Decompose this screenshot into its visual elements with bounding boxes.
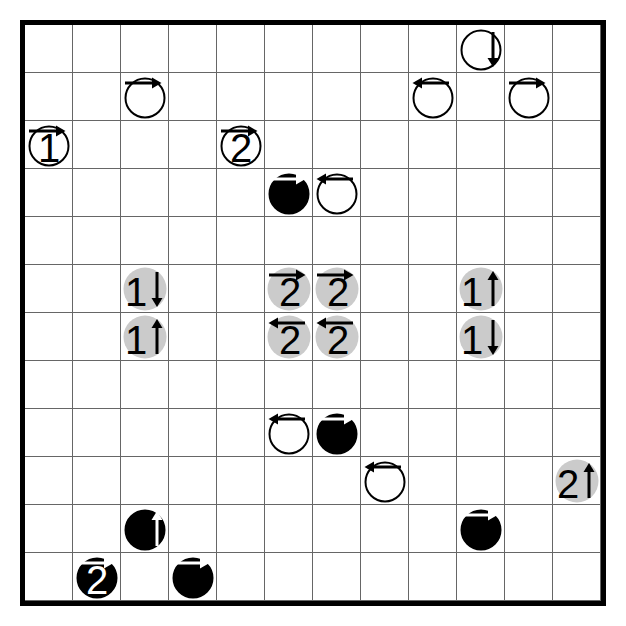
clue-number: 1 xyxy=(125,270,147,313)
cell-r10c3[interactable] xyxy=(121,457,169,505)
cell-r4c9[interactable] xyxy=(409,169,457,217)
cell-r9c12[interactable] xyxy=(553,409,601,457)
cell-r2c4[interactable] xyxy=(169,73,217,121)
cell-r6c8[interactable] xyxy=(361,265,409,313)
cell-r3c4[interactable] xyxy=(169,121,217,169)
cell-r6c2[interactable] xyxy=(73,265,121,313)
cell-r8c7[interactable] xyxy=(313,361,361,409)
cell-r9c2[interactable] xyxy=(73,409,121,457)
cell-r2c9[interactable] xyxy=(409,73,457,121)
cell-r8c10[interactable] xyxy=(457,361,505,409)
clue-number: 1 xyxy=(461,270,483,313)
white-circle: 2 xyxy=(217,121,265,169)
cell-r5c12[interactable] xyxy=(553,217,601,265)
cell-r6c10[interactable]: 1 xyxy=(457,265,505,313)
cell-r12c10[interactable] xyxy=(457,553,505,601)
gray-clue: 2 xyxy=(313,313,361,361)
cell-r1c6[interactable] xyxy=(265,25,313,73)
cell-r8c8[interactable] xyxy=(361,361,409,409)
cell-r3c1[interactable]: 1 xyxy=(25,121,73,169)
cell-r6c11[interactable] xyxy=(505,265,553,313)
cell-r11c4[interactable] xyxy=(169,505,217,553)
cell-r10c12[interactable]: 2 xyxy=(553,457,601,505)
cell-r9c7[interactable] xyxy=(313,409,361,457)
cell-r4c8[interactable] xyxy=(361,169,409,217)
cell-r12c7[interactable] xyxy=(313,553,361,601)
cell-r1c10[interactable] xyxy=(457,25,505,73)
gray-clue: 1 xyxy=(457,265,505,313)
cell-r5c7[interactable] xyxy=(313,217,361,265)
cell-r10c10[interactable] xyxy=(457,457,505,505)
cell-r8c11[interactable] xyxy=(505,361,553,409)
cell-r7c1[interactable] xyxy=(25,313,73,361)
cell-r3c5[interactable]: 2 xyxy=(217,121,265,169)
gray-clue: 2 xyxy=(265,313,313,361)
black-circle xyxy=(265,169,313,217)
cell-r5c8[interactable] xyxy=(361,217,409,265)
white-circle xyxy=(313,169,361,217)
cell-r8c3[interactable] xyxy=(121,361,169,409)
cell-r9c8[interactable] xyxy=(361,409,409,457)
cell-r10c2[interactable] xyxy=(73,457,121,505)
cell-r7c10[interactable]: 1 xyxy=(457,313,505,361)
cell-r12c11[interactable] xyxy=(505,553,553,601)
cell-r11c9[interactable] xyxy=(409,505,457,553)
cell-r1c7[interactable] xyxy=(313,25,361,73)
cell-r8c9[interactable] xyxy=(409,361,457,409)
cell-r4c2[interactable] xyxy=(73,169,121,217)
white-circle xyxy=(265,409,313,457)
cell-r5c10[interactable] xyxy=(457,217,505,265)
cell-r1c8[interactable] xyxy=(361,25,409,73)
cell-r3c11[interactable] xyxy=(505,121,553,169)
cell-r7c12[interactable] xyxy=(553,313,601,361)
white-circle xyxy=(409,73,457,121)
cell-r2c12[interactable] xyxy=(553,73,601,121)
cell-r3c2[interactable] xyxy=(73,121,121,169)
cell-r4c11[interactable] xyxy=(505,169,553,217)
gray-clue: 2 xyxy=(265,265,313,313)
cell-r1c3[interactable] xyxy=(121,25,169,73)
cell-r3c10[interactable] xyxy=(457,121,505,169)
cell-r7c3[interactable]: 1 xyxy=(121,313,169,361)
cell-r2c6[interactable] xyxy=(265,73,313,121)
gray-clue: 2 xyxy=(553,457,601,505)
cell-r12c4[interactable] xyxy=(169,553,217,601)
cell-r7c8[interactable] xyxy=(361,313,409,361)
cell-r1c12[interactable] xyxy=(553,25,601,73)
cell-r12c3[interactable] xyxy=(121,553,169,601)
cell-r5c3[interactable] xyxy=(121,217,169,265)
cell-r5c1[interactable] xyxy=(25,217,73,265)
cell-r11c8[interactable] xyxy=(361,505,409,553)
cell-r12c9[interactable] xyxy=(409,553,457,601)
cell-r5c11[interactable] xyxy=(505,217,553,265)
cell-r3c6[interactable] xyxy=(265,121,313,169)
clue-number: 1 xyxy=(125,318,147,361)
cell-r2c5[interactable] xyxy=(217,73,265,121)
cell-r6c7[interactable]: 2 xyxy=(313,265,361,313)
cell-r7c7[interactable]: 2 xyxy=(313,313,361,361)
cell-r3c9[interactable] xyxy=(409,121,457,169)
cell-r7c2[interactable] xyxy=(73,313,121,361)
cell-r10c9[interactable] xyxy=(409,457,457,505)
cell-r2c7[interactable] xyxy=(313,73,361,121)
cell-r11c11[interactable] xyxy=(505,505,553,553)
white-circle: 1 xyxy=(25,121,73,169)
cell-r5c6[interactable] xyxy=(265,217,313,265)
cell-r1c11[interactable] xyxy=(505,25,553,73)
cell-r2c11[interactable] xyxy=(505,73,553,121)
cell-r4c1[interactable] xyxy=(25,169,73,217)
cell-r9c4[interactable] xyxy=(169,409,217,457)
cell-r11c7[interactable] xyxy=(313,505,361,553)
cell-r3c3[interactable] xyxy=(121,121,169,169)
clue-number: 1 xyxy=(461,318,483,361)
black-circle xyxy=(169,553,217,601)
white-circle xyxy=(505,73,553,121)
cell-r11c3[interactable] xyxy=(121,505,169,553)
puzzle-board-grid: 121221122122 xyxy=(25,25,601,601)
cell-r5c2[interactable] xyxy=(73,217,121,265)
white-circle xyxy=(457,25,505,73)
gray-clue: 1 xyxy=(457,313,505,361)
cell-r6c1[interactable] xyxy=(25,265,73,313)
cell-r9c5[interactable] xyxy=(217,409,265,457)
cell-r4c4[interactable] xyxy=(169,169,217,217)
cell-r9c1[interactable] xyxy=(25,409,73,457)
black-circle xyxy=(457,505,505,553)
cell-r1c1[interactable] xyxy=(25,25,73,73)
cell-r2c8[interactable] xyxy=(361,73,409,121)
cell-r3c7[interactable] xyxy=(313,121,361,169)
gray-clue: 1 xyxy=(121,313,169,361)
cell-r9c10[interactable] xyxy=(457,409,505,457)
cell-r4c7[interactable] xyxy=(313,169,361,217)
cell-r11c5[interactable] xyxy=(217,505,265,553)
cell-r12c6[interactable] xyxy=(265,553,313,601)
cell-r7c9[interactable] xyxy=(409,313,457,361)
cell-r4c5[interactable] xyxy=(217,169,265,217)
cell-r1c2[interactable] xyxy=(73,25,121,73)
cell-r10c1[interactable] xyxy=(25,457,73,505)
cell-r7c11[interactable] xyxy=(505,313,553,361)
cell-r6c6[interactable]: 2 xyxy=(265,265,313,313)
cell-r8c5[interactable] xyxy=(217,361,265,409)
cell-r2c2[interactable] xyxy=(73,73,121,121)
cell-r9c11[interactable] xyxy=(505,409,553,457)
black-circle: 2 xyxy=(73,553,121,601)
black-circle xyxy=(121,505,169,553)
cell-r8c4[interactable] xyxy=(169,361,217,409)
cell-r3c12[interactable] xyxy=(553,121,601,169)
cell-r5c4[interactable] xyxy=(169,217,217,265)
cell-r7c6[interactable]: 2 xyxy=(265,313,313,361)
cell-r4c3[interactable] xyxy=(121,169,169,217)
cell-r2c10[interactable] xyxy=(457,73,505,121)
cell-r8c1[interactable] xyxy=(25,361,73,409)
cell-r4c6[interactable] xyxy=(265,169,313,217)
cell-r3c8[interactable] xyxy=(361,121,409,169)
cell-r10c5[interactable] xyxy=(217,457,265,505)
cell-r8c6[interactable] xyxy=(265,361,313,409)
cell-r11c12[interactable] xyxy=(553,505,601,553)
cell-r6c5[interactable] xyxy=(217,265,265,313)
cell-r9c3[interactable] xyxy=(121,409,169,457)
cell-r7c4[interactable] xyxy=(169,313,217,361)
cell-r2c3[interactable] xyxy=(121,73,169,121)
cell-r8c2[interactable] xyxy=(73,361,121,409)
white-circle xyxy=(361,457,409,505)
cell-r10c6[interactable] xyxy=(265,457,313,505)
cell-r5c9[interactable] xyxy=(409,217,457,265)
cell-r12c2[interactable]: 2 xyxy=(73,553,121,601)
cell-r6c3[interactable]: 1 xyxy=(121,265,169,313)
white-circle xyxy=(121,73,169,121)
cell-r1c9[interactable] xyxy=(409,25,457,73)
cell-r10c7[interactable] xyxy=(313,457,361,505)
cell-r9c6[interactable] xyxy=(265,409,313,457)
cell-r11c1[interactable] xyxy=(25,505,73,553)
cell-r10c11[interactable] xyxy=(505,457,553,505)
cell-r12c8[interactable] xyxy=(361,553,409,601)
cell-r12c5[interactable] xyxy=(217,553,265,601)
cell-r2c1[interactable] xyxy=(25,73,73,121)
cell-r11c10[interactable] xyxy=(457,505,505,553)
cell-r11c6[interactable] xyxy=(265,505,313,553)
cell-r6c12[interactable] xyxy=(553,265,601,313)
cell-r4c10[interactable] xyxy=(457,169,505,217)
cell-r1c5[interactable] xyxy=(217,25,265,73)
cell-r10c8[interactable] xyxy=(361,457,409,505)
cell-r1c4[interactable] xyxy=(169,25,217,73)
cell-r12c12[interactable] xyxy=(553,553,601,601)
cell-r7c5[interactable] xyxy=(217,313,265,361)
black-circle xyxy=(313,409,361,457)
puzzle-board: 121221122122 xyxy=(20,20,606,606)
cell-r6c4[interactable] xyxy=(169,265,217,313)
cell-r12c1[interactable] xyxy=(25,553,73,601)
gray-clue: 2 xyxy=(313,265,361,313)
gray-clue: 1 xyxy=(121,265,169,313)
cell-r10c4[interactable] xyxy=(169,457,217,505)
cell-r6c9[interactable] xyxy=(409,265,457,313)
cell-r8c12[interactable] xyxy=(553,361,601,409)
cell-r9c9[interactable] xyxy=(409,409,457,457)
cell-r11c2[interactable] xyxy=(73,505,121,553)
clue-number: 2 xyxy=(557,462,579,505)
cell-r5c5[interactable] xyxy=(217,217,265,265)
cell-r4c12[interactable] xyxy=(553,169,601,217)
